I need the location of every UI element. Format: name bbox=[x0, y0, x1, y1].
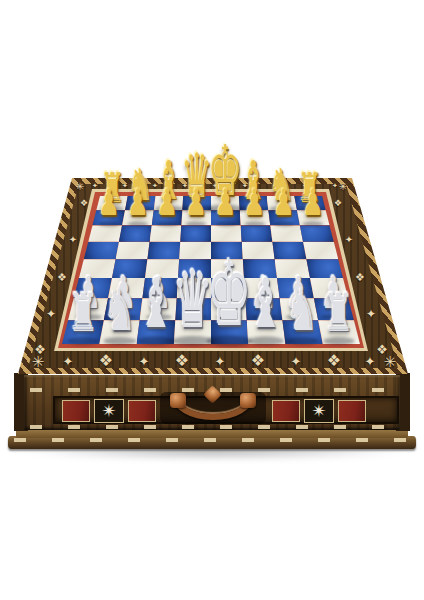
chess-box-scene: ✴✴ ✦❖✦❖✦❖✦❖✦✳✳❖✦❖✦❖❖✦❖✦❖✦✦✦✦✦✦✦✦✦✳✳ ♜♞♝♛… bbox=[0, 0, 424, 600]
pieces: ♜♞♝♛♚♝♞♜♟♟♟♟♟♟♟♟♟♟♟♟♟♟♟♟♜♞♝♛♚♝♞♜ bbox=[0, 0, 424, 600]
piece-gold-pawn-d7[interactable]: ♟ bbox=[186, 186, 207, 223]
piece-gold-pawn-b7[interactable]: ♟ bbox=[127, 186, 148, 223]
piece-gold-pawn-e7[interactable]: ♟ bbox=[215, 186, 236, 223]
piece-silver-knight-g1[interactable]: ♞ bbox=[286, 282, 319, 339]
piece-gold-pawn-a7[interactable]: ♟ bbox=[98, 186, 119, 223]
piece-gold-pawn-f7[interactable]: ♟ bbox=[244, 186, 265, 223]
piece-silver-bishop-c1[interactable]: ♝ bbox=[138, 271, 174, 340]
piece-gold-pawn-h7[interactable]: ♟ bbox=[302, 186, 323, 223]
piece-silver-rook-a1[interactable]: ♜ bbox=[68, 287, 99, 340]
piece-silver-king-e1[interactable]: ♚ bbox=[207, 249, 252, 339]
piece-silver-knight-b1[interactable]: ♞ bbox=[103, 282, 136, 339]
piece-gold-pawn-g7[interactable]: ♟ bbox=[273, 186, 294, 223]
piece-silver-rook-h1[interactable]: ♜ bbox=[323, 287, 354, 340]
piece-gold-pawn-c7[interactable]: ♟ bbox=[157, 186, 178, 223]
piece-silver-bishop-f1[interactable]: ♝ bbox=[248, 271, 284, 340]
